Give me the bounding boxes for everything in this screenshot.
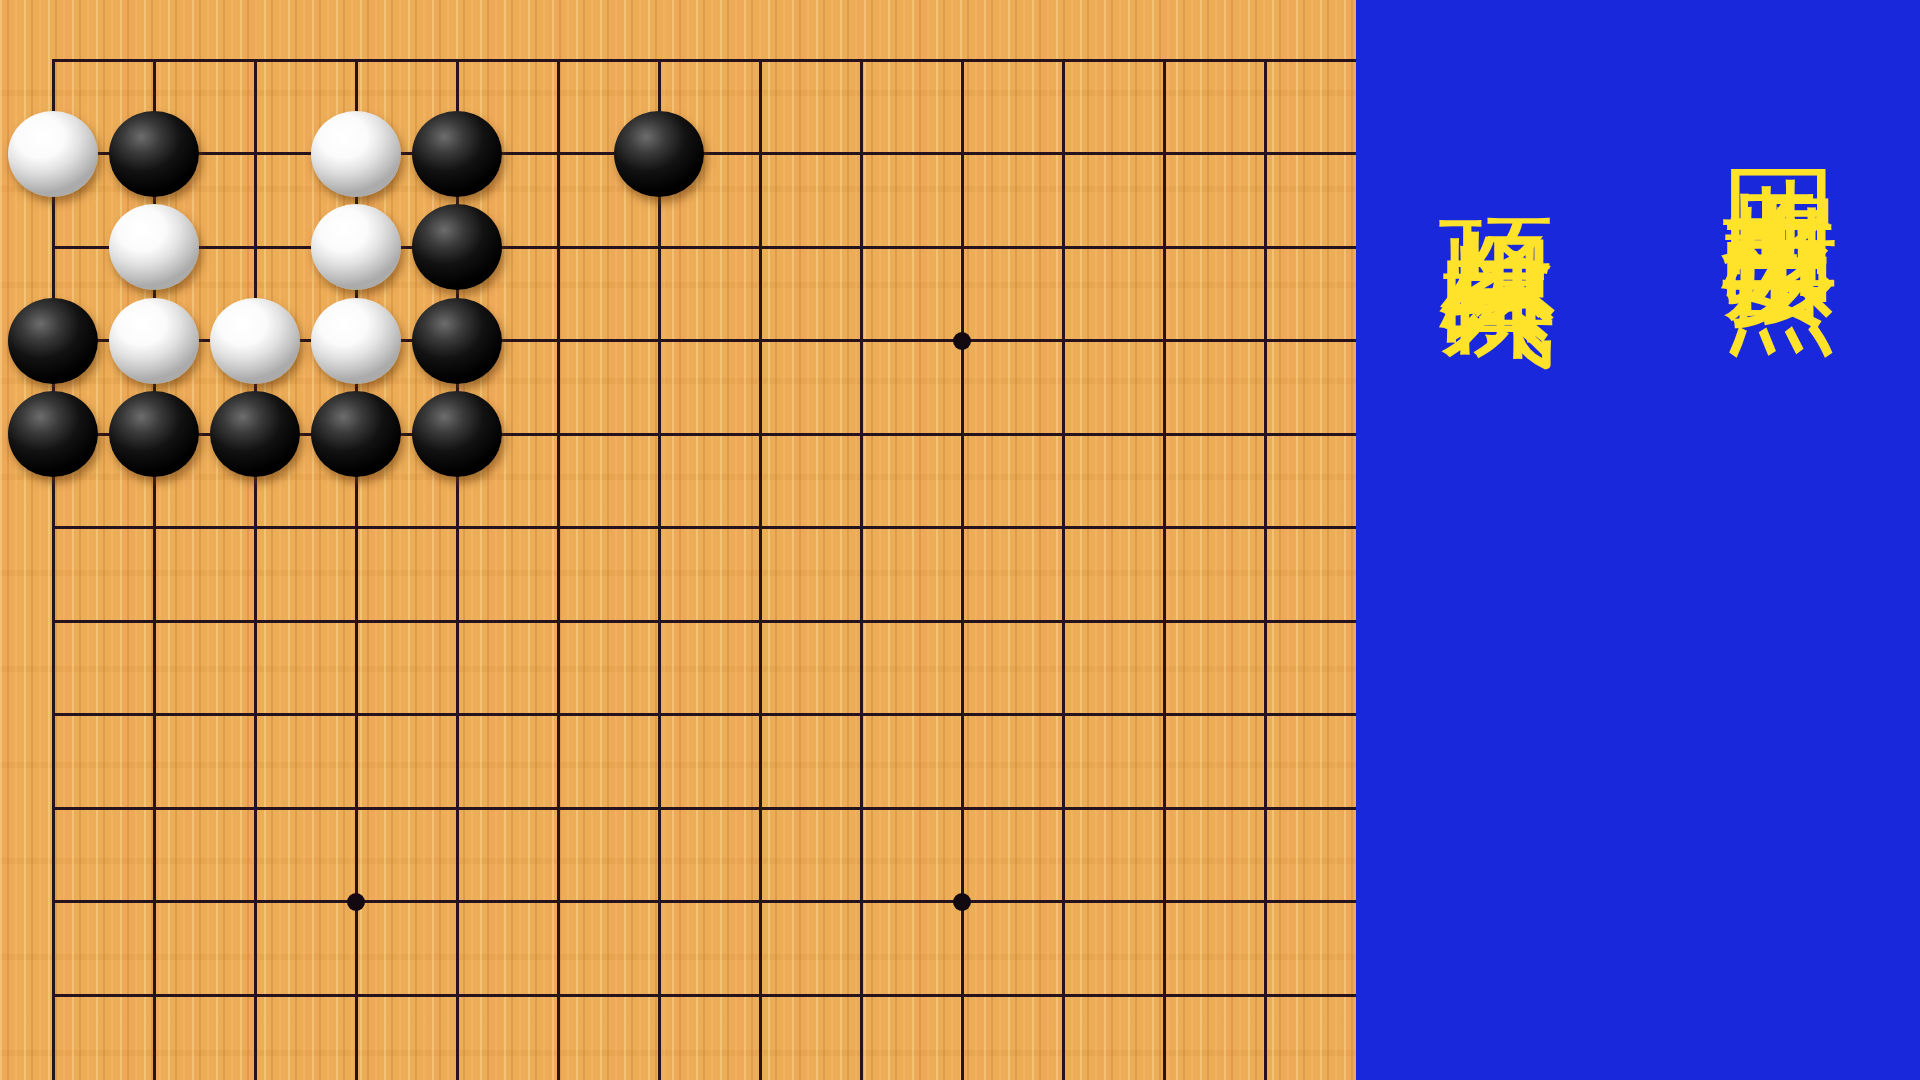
- grid-line-horizontal: [52, 59, 1357, 62]
- grid-line-horizontal: [52, 246, 1357, 249]
- grid-line-horizontal: [52, 526, 1357, 529]
- lesson-caption-panel: 团占据棋形要点 顶紧白棋外气: [1356, 0, 1920, 1080]
- black-stone: [412, 111, 502, 197]
- white-stone: [311, 204, 401, 290]
- screenshot-root: 团占据棋形要点 顶紧白棋外气: [0, 0, 1920, 1080]
- grid-line-vertical: [1264, 59, 1267, 1080]
- black-stone: [614, 111, 704, 197]
- white-stone: [311, 111, 401, 197]
- white-stone: [8, 111, 98, 197]
- star-point: [347, 893, 365, 911]
- grid-line-vertical: [961, 59, 964, 1080]
- grid-line-horizontal: [52, 713, 1357, 716]
- white-stone: [311, 298, 401, 384]
- black-stone: [210, 391, 300, 477]
- go-board: [0, 0, 1356, 1080]
- white-stone: [109, 204, 199, 290]
- star-point: [953, 893, 971, 911]
- black-stone: [109, 391, 199, 477]
- grid-line-vertical: [254, 59, 257, 1080]
- grid-line-horizontal: [52, 900, 1357, 903]
- lesson-title-sub: 顶紧白棋外气: [1440, 128, 1558, 170]
- grid-line-vertical: [1163, 59, 1166, 1080]
- black-stone: [412, 204, 502, 290]
- black-stone: [311, 391, 401, 477]
- black-stone: [412, 298, 502, 384]
- white-stone: [109, 298, 199, 384]
- grid-line-horizontal: [52, 994, 1357, 997]
- white-stone: [210, 298, 300, 384]
- grid-line-horizontal: [52, 807, 1357, 810]
- grid-line-vertical: [759, 59, 762, 1080]
- grid-line-vertical: [860, 59, 863, 1080]
- black-stone: [412, 391, 502, 477]
- grid-line-vertical: [52, 59, 55, 1080]
- black-stone: [8, 391, 98, 477]
- grid-line-vertical: [1062, 59, 1065, 1080]
- grid-line-horizontal: [52, 620, 1357, 623]
- grid-line-vertical: [658, 59, 661, 1080]
- black-stone: [109, 111, 199, 197]
- lesson-title-main: 团占据棋形要点: [1722, 77, 1840, 154]
- black-stone: [8, 298, 98, 384]
- grid-line-vertical: [557, 59, 560, 1080]
- star-point: [953, 332, 971, 350]
